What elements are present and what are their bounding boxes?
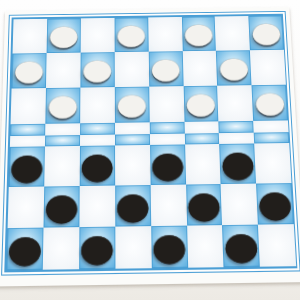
board-square-dark[interactable]: ● (148, 51, 183, 86)
board-square-dark[interactable]: ● (186, 184, 223, 226)
board-square-dark[interactable]: ● (252, 85, 288, 121)
checker-piece-black[interactable]: ● (9, 148, 45, 185)
board-square-dark[interactable] (10, 124, 45, 136)
photo-background: ●●●●●●●●●●●●●●●●●●●●●●●● (0, 0, 300, 300)
board-square-light[interactable] (187, 225, 224, 268)
board-square-dark[interactable]: ● (9, 146, 45, 187)
board-square-light[interactable] (221, 184, 258, 226)
checker-piece-black[interactable]: ● (43, 187, 79, 224)
checker-piece-white[interactable]: ● (183, 19, 215, 47)
board-square-dark[interactable]: ● (114, 17, 148, 52)
board-square-dark[interactable] (115, 134, 150, 146)
board-square-light[interactable] (250, 50, 286, 85)
board-square-light[interactable] (79, 186, 115, 228)
board-grid: ●●●●●●●●●●●●●●●●●●●●●●●● (6, 16, 295, 271)
board-square-dark[interactable]: ● (151, 226, 188, 269)
board-square-light[interactable] (185, 144, 221, 185)
checker-piece-white[interactable]: ● (13, 55, 45, 84)
board-square-dark[interactable] (45, 135, 80, 147)
board-square-light[interactable] (148, 17, 182, 52)
board-square-light[interactable] (218, 85, 254, 121)
board-square-dark[interactable]: ● (256, 183, 294, 225)
board-square-dark[interactable] (80, 123, 115, 135)
checker-piece-white[interactable]: ● (82, 54, 114, 83)
board-square-light[interactable] (44, 146, 80, 187)
board-square-light[interactable] (43, 227, 80, 270)
board-square-light[interactable] (184, 121, 219, 133)
checker-piece-white[interactable]: ● (47, 90, 79, 120)
board-square-light[interactable] (80, 18, 114, 53)
board-square-dark[interactable]: ● (183, 86, 219, 122)
checker-piece-white[interactable]: ● (253, 87, 286, 117)
checker-piece-white[interactable]: ● (250, 18, 283, 46)
board-square-dark[interactable] (184, 133, 219, 145)
board-square-dark[interactable]: ● (181, 16, 216, 51)
board-square-dark[interactable]: ● (216, 50, 252, 85)
checker-piece-white[interactable]: ● (218, 53, 251, 82)
checker-piece-white[interactable]: ● (150, 54, 182, 83)
board-square-dark[interactable]: ● (222, 225, 260, 268)
checker-piece-black[interactable]: ● (80, 147, 115, 184)
checker-piece-black[interactable]: ● (151, 227, 188, 265)
board-square-light[interactable] (150, 185, 186, 227)
board-square-light[interactable] (115, 226, 151, 269)
checker-piece-black[interactable]: ● (150, 146, 186, 183)
board-square-light[interactable] (11, 88, 46, 124)
checker-piece-white[interactable]: ● (116, 20, 147, 48)
board-square-light[interactable] (80, 87, 115, 123)
board-square-dark[interactable] (254, 132, 289, 144)
board-square-light[interactable] (114, 52, 148, 87)
board-square-light[interactable] (46, 53, 81, 88)
board-square-dark[interactable]: ● (79, 227, 115, 270)
board-square-light[interactable] (215, 16, 250, 51)
checker-piece-black[interactable]: ● (115, 186, 151, 223)
board-square-light[interactable] (115, 122, 150, 134)
checker-piece-black[interactable]: ● (220, 145, 257, 182)
board-square-dark[interactable]: ● (220, 143, 257, 184)
checker-piece-white[interactable]: ● (48, 21, 80, 49)
board-square-light[interactable] (115, 145, 151, 186)
board-square-dark[interactable]: ● (12, 53, 47, 88)
board-square-light[interactable] (13, 19, 48, 54)
board-square-light[interactable] (255, 143, 292, 184)
board-square-light[interactable] (253, 120, 288, 132)
board-square-dark[interactable]: ● (115, 87, 150, 123)
board-square-light[interactable] (182, 51, 217, 86)
checkers-board-card: ●●●●●●●●●●●●●●●●●●●●●●●● (0, 7, 300, 286)
checker-piece-black[interactable]: ● (79, 228, 115, 266)
board-square-light[interactable] (258, 224, 296, 267)
checker-piece-white[interactable]: ● (185, 88, 218, 118)
board-square-dark[interactable]: ● (115, 185, 151, 227)
board-outer-border: ●●●●●●●●●●●●●●●●●●●●●●●● (1, 11, 300, 276)
checker-piece-black[interactable]: ● (256, 184, 293, 221)
checker-piece-black[interactable]: ● (6, 229, 43, 267)
board-square-light[interactable] (45, 123, 80, 135)
board-square-dark[interactable]: ● (45, 88, 80, 124)
checker-piece-black[interactable]: ● (186, 185, 223, 222)
board-square-dark[interactable]: ● (249, 16, 285, 51)
checker-piece-white[interactable]: ● (116, 89, 148, 119)
checker-piece-black[interactable]: ● (222, 226, 260, 264)
board-square-dark[interactable] (149, 122, 184, 134)
board-square-dark[interactable]: ● (80, 145, 115, 186)
board-square-light[interactable] (149, 86, 184, 122)
board-square-dark[interactable]: ● (6, 228, 43, 271)
board-square-dark[interactable]: ● (80, 52, 114, 87)
board-square-light[interactable] (8, 187, 45, 229)
board-square-dark[interactable]: ● (47, 18, 81, 53)
board-inner-border: ●●●●●●●●●●●●●●●●●●●●●●●● (4, 14, 297, 273)
board-square-dark[interactable] (219, 121, 254, 133)
board-square-dark[interactable]: ● (150, 144, 186, 185)
board-square-dark[interactable]: ● (43, 186, 79, 228)
